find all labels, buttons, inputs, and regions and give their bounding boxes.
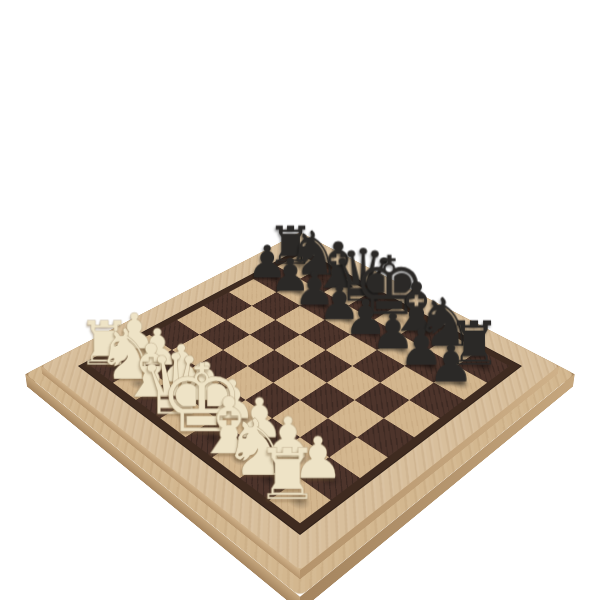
square-g5 [355,383,410,419]
product-photo-scene: ♜♞♝♛♚♝♞♜♟♟♟♟♟♟♟♟♟♟♟♟♟♟♟♟♜♞♝♛♚♝♞♜ [0,0,600,600]
square-f5 [327,366,380,400]
piece-black-pawn: ♟ [427,338,473,390]
board-frame: ♜♞♝♛♚♝♞♜♟♟♟♟♟♟♟♟♟♟♟♟♟♟♟♟♜♞♝♛♚♝♞♜ [41,232,559,570]
piece-white-rook: ♜ [255,439,319,510]
